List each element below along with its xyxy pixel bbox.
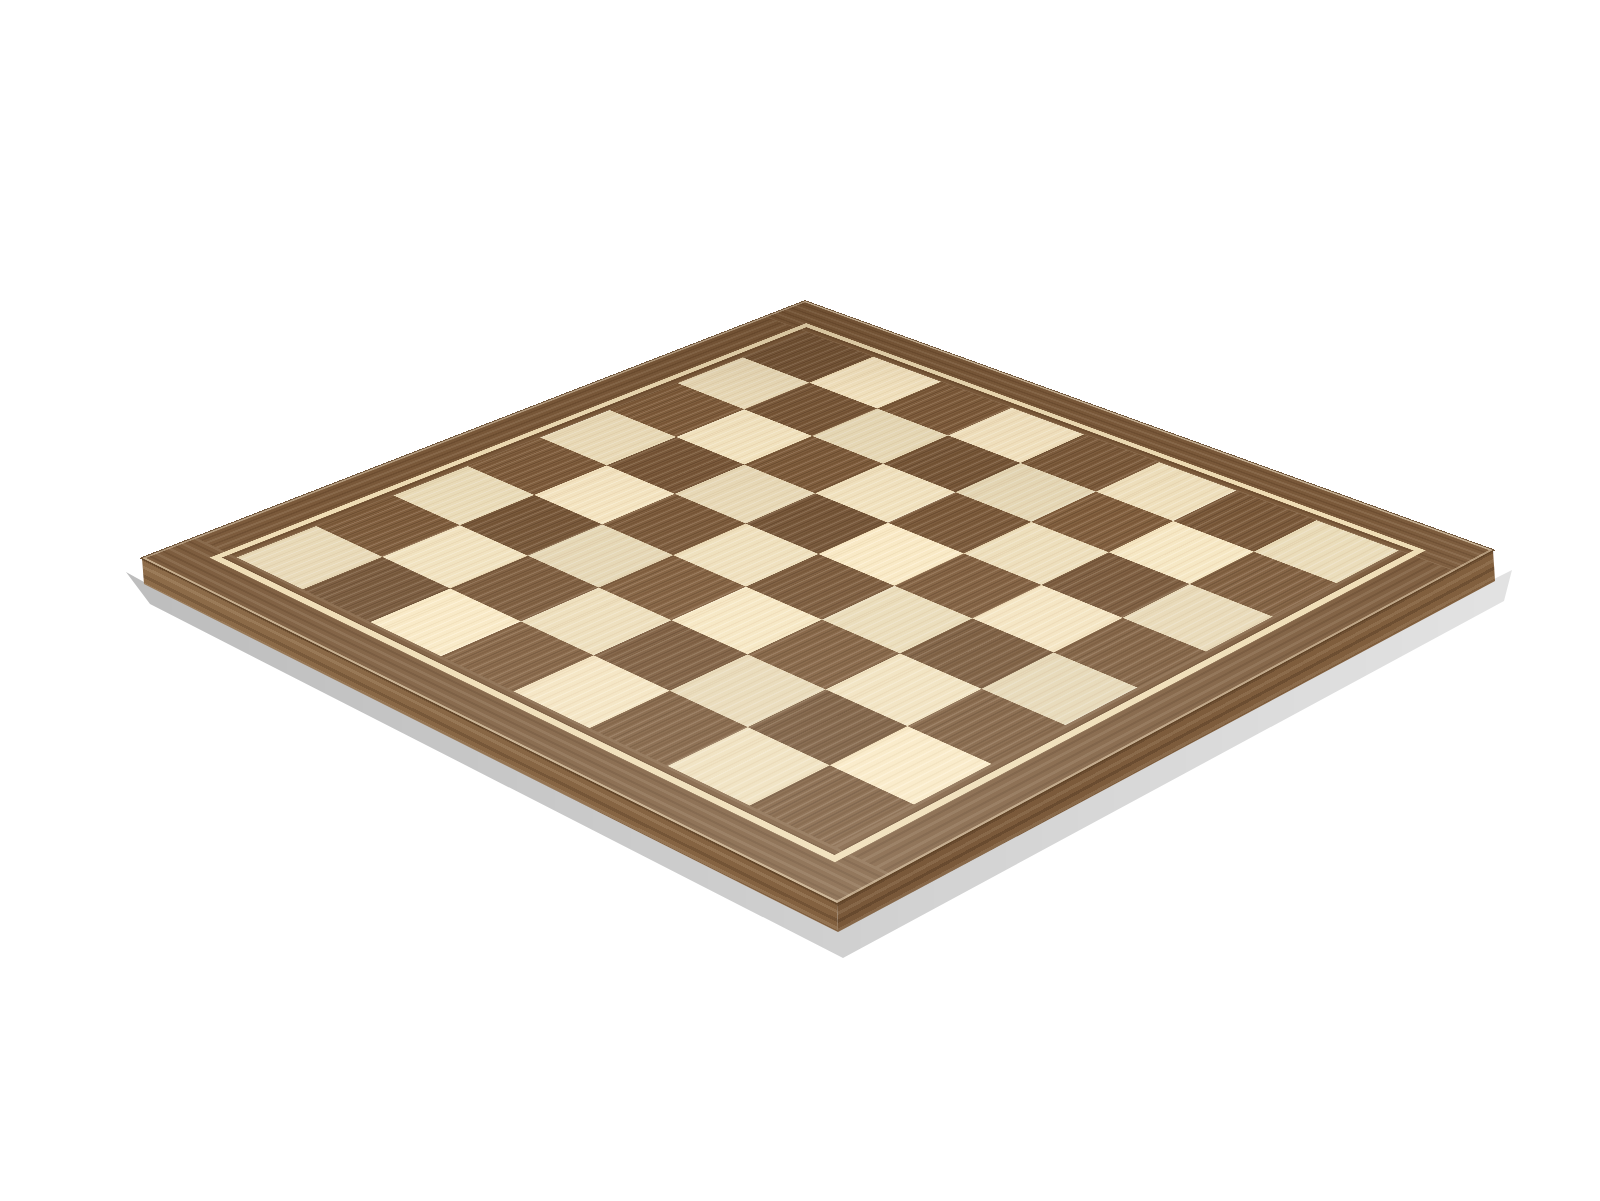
chess-board[interactable] bbox=[142, 301, 1493, 903]
board-field bbox=[237, 332, 1399, 846]
product-photo-background: { "game": "chess", "scene": "Angled over… bbox=[0, 0, 1600, 1201]
